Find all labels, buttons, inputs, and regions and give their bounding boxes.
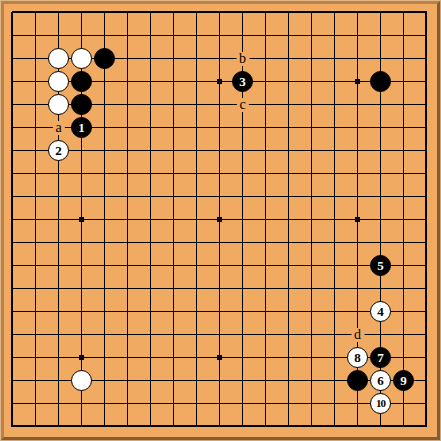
board-intersection[interactable] — [346, 24, 369, 47]
board-intersection[interactable] — [139, 139, 162, 162]
board-intersection[interactable] — [162, 1, 185, 24]
board-intersection[interactable] — [254, 415, 277, 438]
board-intersection[interactable] — [185, 346, 208, 369]
board-intersection[interactable] — [415, 24, 438, 47]
board-intersection[interactable] — [162, 277, 185, 300]
board-intersection[interactable] — [208, 231, 231, 254]
board-intersection[interactable] — [162, 93, 185, 116]
board-intersection[interactable] — [116, 323, 139, 346]
board-intersection[interactable] — [300, 346, 323, 369]
board-intersection[interactable] — [93, 415, 116, 438]
board-intersection[interactable] — [300, 323, 323, 346]
board-intersection[interactable] — [369, 70, 392, 93]
board-intersection[interactable] — [300, 369, 323, 392]
board-intersection[interactable] — [300, 24, 323, 47]
board-intersection[interactable] — [70, 300, 93, 323]
board-intersection[interactable] — [208, 208, 231, 231]
board-intersection[interactable] — [231, 162, 254, 185]
board-intersection[interactable] — [300, 185, 323, 208]
board-intersection[interactable] — [1, 254, 24, 277]
board-intersection[interactable] — [346, 208, 369, 231]
board-intersection[interactable] — [47, 1, 70, 24]
board-intersection[interactable] — [1, 323, 24, 346]
board-intersection[interactable] — [208, 369, 231, 392]
board-intersection[interactable] — [369, 208, 392, 231]
board-intersection[interactable] — [208, 24, 231, 47]
board-intersection[interactable] — [70, 415, 93, 438]
board-intersection[interactable] — [139, 70, 162, 93]
board-intersection[interactable] — [1, 392, 24, 415]
board-intersection[interactable] — [415, 369, 438, 392]
board-intersection[interactable] — [300, 231, 323, 254]
board-intersection[interactable]: 8 — [346, 346, 369, 369]
board-intersection[interactable]: 5 — [369, 254, 392, 277]
board-intersection[interactable] — [415, 392, 438, 415]
board-intersection[interactable] — [139, 323, 162, 346]
board-intersection[interactable] — [185, 231, 208, 254]
board-intersection[interactable] — [139, 162, 162, 185]
board-intersection[interactable] — [392, 346, 415, 369]
board-intersection[interactable] — [277, 392, 300, 415]
board-intersection[interactable] — [254, 392, 277, 415]
board-intersection[interactable] — [162, 116, 185, 139]
board-intersection[interactable] — [231, 277, 254, 300]
board-intersection[interactable] — [162, 47, 185, 70]
board-intersection[interactable] — [392, 300, 415, 323]
board-intersection[interactable] — [277, 346, 300, 369]
board-intersection[interactable] — [208, 1, 231, 24]
board-intersection[interactable] — [415, 116, 438, 139]
board-intersection[interactable] — [139, 277, 162, 300]
board-intersection[interactable] — [139, 392, 162, 415]
board-intersection[interactable] — [300, 1, 323, 24]
board-intersection[interactable] — [1, 93, 24, 116]
board-intersection[interactable] — [24, 24, 47, 47]
board-intersection[interactable] — [70, 24, 93, 47]
board-intersection[interactable] — [47, 300, 70, 323]
board-intersection[interactable] — [185, 323, 208, 346]
board-intersection[interactable] — [185, 369, 208, 392]
board-intersection[interactable] — [277, 208, 300, 231]
board-intersection[interactable] — [47, 369, 70, 392]
board-intersection[interactable] — [162, 70, 185, 93]
board-intersection[interactable] — [369, 323, 392, 346]
board-intersection[interactable] — [208, 47, 231, 70]
board-intersection[interactable] — [277, 231, 300, 254]
board-intersection[interactable] — [116, 300, 139, 323]
board-intersection[interactable] — [139, 231, 162, 254]
board-intersection[interactable] — [346, 1, 369, 24]
board-intersection[interactable] — [185, 24, 208, 47]
board-intersection[interactable] — [231, 254, 254, 277]
board-intersection[interactable] — [392, 1, 415, 24]
board-intersection[interactable] — [323, 277, 346, 300]
board-intersection[interactable] — [139, 116, 162, 139]
board-intersection[interactable] — [139, 93, 162, 116]
board-intersection[interactable] — [162, 162, 185, 185]
board-intersection[interactable] — [93, 392, 116, 415]
board-intersection[interactable] — [139, 47, 162, 70]
board-intersection[interactable] — [116, 231, 139, 254]
board-intersection[interactable] — [346, 231, 369, 254]
board-intersection[interactable] — [369, 162, 392, 185]
board-intersection[interactable] — [392, 93, 415, 116]
board-intersection[interactable] — [116, 254, 139, 277]
board-intersection[interactable] — [415, 254, 438, 277]
board-intersection[interactable] — [185, 392, 208, 415]
board-intersection[interactable] — [300, 70, 323, 93]
board-intersection[interactable] — [231, 369, 254, 392]
board-intersection[interactable] — [116, 346, 139, 369]
board-intersection[interactable] — [116, 415, 139, 438]
board-intersection[interactable] — [323, 323, 346, 346]
board-intersection[interactable]: 1 — [70, 116, 93, 139]
board-intersection[interactable] — [24, 93, 47, 116]
board-intersection[interactable] — [231, 1, 254, 24]
board-intersection[interactable] — [392, 162, 415, 185]
board-intersection[interactable] — [93, 162, 116, 185]
board-intersection[interactable] — [300, 139, 323, 162]
board-intersection[interactable] — [277, 162, 300, 185]
board-intersection[interactable] — [139, 300, 162, 323]
board-intersection[interactable] — [208, 116, 231, 139]
board-intersection[interactable] — [24, 185, 47, 208]
board-intersection[interactable] — [392, 415, 415, 438]
board-intersection[interactable] — [116, 139, 139, 162]
board-intersection[interactable] — [208, 139, 231, 162]
board-intersection[interactable] — [323, 300, 346, 323]
board-intersection[interactable] — [24, 1, 47, 24]
board-intersection[interactable] — [162, 392, 185, 415]
board-intersection[interactable] — [162, 139, 185, 162]
board-intersection[interactable] — [231, 24, 254, 47]
board-intersection[interactable] — [116, 70, 139, 93]
board-intersection[interactable] — [1, 277, 24, 300]
board-intersection[interactable] — [47, 47, 70, 70]
board-intersection[interactable] — [254, 231, 277, 254]
board-intersection[interactable] — [93, 139, 116, 162]
board-intersection[interactable] — [93, 231, 116, 254]
board-intersection[interactable] — [93, 254, 116, 277]
board-intersection[interactable] — [323, 70, 346, 93]
board-intersection[interactable] — [24, 346, 47, 369]
board-intersection[interactable] — [139, 1, 162, 24]
board-intersection[interactable] — [254, 369, 277, 392]
board-intersection[interactable] — [415, 70, 438, 93]
board-intersection[interactable] — [300, 415, 323, 438]
board-intersection[interactable] — [254, 93, 277, 116]
board-intersection[interactable] — [47, 208, 70, 231]
board-intersection[interactable] — [162, 300, 185, 323]
board-intersection[interactable] — [254, 1, 277, 24]
board-intersection[interactable] — [116, 162, 139, 185]
board-intersection[interactable] — [208, 346, 231, 369]
board-intersection[interactable] — [162, 323, 185, 346]
board-intersection[interactable] — [254, 300, 277, 323]
board-intersection[interactable] — [392, 254, 415, 277]
board-intersection[interactable] — [93, 300, 116, 323]
board-intersection[interactable]: 10 — [369, 392, 392, 415]
board-intersection[interactable] — [231, 346, 254, 369]
board-intersection[interactable] — [162, 254, 185, 277]
board-intersection[interactable] — [208, 277, 231, 300]
board-intersection[interactable] — [277, 1, 300, 24]
board-intersection[interactable] — [415, 231, 438, 254]
board-intersection[interactable] — [323, 93, 346, 116]
board-intersection[interactable] — [208, 300, 231, 323]
board-intersection[interactable] — [323, 1, 346, 24]
board-intersection[interactable] — [369, 415, 392, 438]
board-intersection[interactable] — [162, 346, 185, 369]
board-intersection[interactable] — [231, 139, 254, 162]
board-intersection[interactable] — [369, 231, 392, 254]
board-intersection[interactable] — [346, 139, 369, 162]
board-intersection[interactable] — [231, 300, 254, 323]
board-intersection[interactable] — [277, 300, 300, 323]
board-intersection[interactable] — [47, 24, 70, 47]
board-intersection[interactable] — [1, 208, 24, 231]
board-intersection[interactable] — [93, 24, 116, 47]
board-intersection[interactable] — [162, 231, 185, 254]
board-intersection[interactable] — [24, 208, 47, 231]
board-intersection[interactable] — [300, 162, 323, 185]
board-intersection[interactable] — [162, 369, 185, 392]
board-intersection[interactable] — [415, 47, 438, 70]
board-intersection[interactable] — [185, 185, 208, 208]
board-intersection[interactable] — [323, 415, 346, 438]
board-intersection[interactable] — [323, 392, 346, 415]
board-intersection[interactable] — [24, 47, 47, 70]
board-intersection[interactable] — [24, 415, 47, 438]
board-intersection[interactable] — [231, 415, 254, 438]
board-intersection[interactable]: 7 — [369, 346, 392, 369]
board-intersection[interactable]: c — [231, 93, 254, 116]
board-intersection[interactable] — [70, 185, 93, 208]
board-intersection[interactable] — [300, 116, 323, 139]
board-intersection[interactable] — [392, 277, 415, 300]
board-intersection[interactable] — [1, 185, 24, 208]
board-intersection[interactable] — [70, 139, 93, 162]
board-intersection[interactable] — [277, 415, 300, 438]
board-intersection[interactable] — [277, 24, 300, 47]
board-intersection[interactable] — [185, 162, 208, 185]
board-intersection[interactable] — [323, 369, 346, 392]
board-intersection[interactable] — [116, 93, 139, 116]
board-intersection[interactable] — [415, 93, 438, 116]
board-intersection[interactable] — [24, 392, 47, 415]
board-intersection[interactable] — [185, 208, 208, 231]
board-intersection[interactable] — [47, 346, 70, 369]
board-intersection[interactable] — [208, 93, 231, 116]
board-intersection[interactable] — [346, 300, 369, 323]
board-intersection[interactable] — [93, 47, 116, 70]
board-intersection[interactable] — [208, 162, 231, 185]
board-intersection[interactable] — [346, 116, 369, 139]
board-intersection[interactable] — [254, 70, 277, 93]
board-intersection[interactable] — [277, 70, 300, 93]
board-intersection[interactable] — [93, 277, 116, 300]
board-intersection[interactable] — [369, 93, 392, 116]
board-intersection[interactable] — [346, 415, 369, 438]
board-intersection[interactable] — [300, 254, 323, 277]
board-intersection[interactable] — [1, 162, 24, 185]
board-intersection[interactable] — [185, 254, 208, 277]
board-intersection[interactable] — [231, 208, 254, 231]
board-intersection[interactable] — [346, 162, 369, 185]
board-intersection[interactable] — [346, 277, 369, 300]
board-intersection[interactable] — [415, 1, 438, 24]
board-intersection[interactable] — [392, 208, 415, 231]
board-intersection[interactable] — [415, 323, 438, 346]
board-intersection[interactable] — [415, 162, 438, 185]
board-intersection[interactable] — [277, 323, 300, 346]
board-intersection[interactable] — [369, 47, 392, 70]
board-intersection[interactable] — [300, 47, 323, 70]
board-intersection[interactable] — [300, 208, 323, 231]
board-intersection[interactable] — [254, 116, 277, 139]
board-intersection[interactable] — [231, 231, 254, 254]
board-intersection[interactable] — [185, 70, 208, 93]
board-intersection[interactable] — [392, 185, 415, 208]
board-intersection[interactable] — [70, 208, 93, 231]
board-intersection[interactable] — [300, 300, 323, 323]
board-intersection[interactable] — [254, 162, 277, 185]
board-intersection[interactable] — [208, 415, 231, 438]
board-intersection[interactable] — [185, 1, 208, 24]
board-intersection[interactable] — [162, 208, 185, 231]
board-intersection[interactable] — [392, 323, 415, 346]
board-intersection[interactable] — [185, 47, 208, 70]
board-intersection[interactable] — [139, 254, 162, 277]
board-intersection[interactable] — [1, 231, 24, 254]
board-intersection[interactable] — [369, 185, 392, 208]
board-intersection[interactable] — [24, 139, 47, 162]
board-intersection[interactable] — [323, 254, 346, 277]
board-intersection[interactable] — [415, 185, 438, 208]
board-intersection[interactable] — [323, 208, 346, 231]
board-intersection[interactable] — [24, 231, 47, 254]
board-intersection[interactable] — [70, 369, 93, 392]
board-intersection[interactable] — [323, 116, 346, 139]
board-intersection[interactable] — [1, 116, 24, 139]
board-intersection[interactable] — [254, 185, 277, 208]
board-intersection[interactable] — [369, 277, 392, 300]
board-intersection[interactable]: d — [346, 323, 369, 346]
board-intersection[interactable] — [139, 185, 162, 208]
board-intersection[interactable] — [116, 185, 139, 208]
board-intersection[interactable] — [47, 93, 70, 116]
board-intersection[interactable] — [47, 392, 70, 415]
board-intersection[interactable] — [346, 392, 369, 415]
board-intersection[interactable] — [24, 369, 47, 392]
board-intersection[interactable] — [392, 24, 415, 47]
board-intersection[interactable] — [139, 369, 162, 392]
board-intersection[interactable] — [231, 392, 254, 415]
board-intersection[interactable] — [208, 254, 231, 277]
board-intersection[interactable] — [277, 185, 300, 208]
board-intersection[interactable] — [392, 116, 415, 139]
board-intersection[interactable] — [254, 346, 277, 369]
board-intersection[interactable] — [70, 93, 93, 116]
board-intersection[interactable] — [346, 254, 369, 277]
board-intersection[interactable] — [185, 277, 208, 300]
board-intersection[interactable] — [47, 277, 70, 300]
board-intersection[interactable] — [369, 24, 392, 47]
board-intersection[interactable] — [70, 392, 93, 415]
board-intersection[interactable] — [1, 139, 24, 162]
board-intersection[interactable] — [24, 277, 47, 300]
board-intersection[interactable] — [70, 254, 93, 277]
board-intersection[interactable] — [1, 47, 24, 70]
board-intersection[interactable] — [346, 93, 369, 116]
board-intersection[interactable] — [277, 369, 300, 392]
board-intersection[interactable] — [116, 208, 139, 231]
board-intersection[interactable] — [392, 231, 415, 254]
board-intersection[interactable] — [116, 369, 139, 392]
board-intersection[interactable] — [1, 300, 24, 323]
board-intersection[interactable] — [392, 70, 415, 93]
board-intersection[interactable] — [208, 323, 231, 346]
board-intersection[interactable] — [162, 24, 185, 47]
board-intersection[interactable] — [93, 116, 116, 139]
board-intersection[interactable] — [185, 93, 208, 116]
board-intersection[interactable] — [70, 162, 93, 185]
board-intersection[interactable] — [277, 277, 300, 300]
board-intersection[interactable] — [116, 277, 139, 300]
board-intersection[interactable] — [415, 139, 438, 162]
board-intersection[interactable] — [277, 116, 300, 139]
board-intersection[interactable] — [116, 392, 139, 415]
board-intersection[interactable] — [1, 369, 24, 392]
board-intersection[interactable] — [47, 323, 70, 346]
board-intersection[interactable] — [254, 47, 277, 70]
board-intersection[interactable] — [70, 346, 93, 369]
board-intersection[interactable] — [369, 1, 392, 24]
board-intersection[interactable] — [24, 116, 47, 139]
board-intersection[interactable] — [323, 185, 346, 208]
board-intersection[interactable] — [369, 139, 392, 162]
board-intersection[interactable] — [231, 116, 254, 139]
board-intersection[interactable] — [139, 415, 162, 438]
board-intersection[interactable] — [1, 346, 24, 369]
board-intersection[interactable]: 2 — [47, 139, 70, 162]
board-intersection[interactable] — [254, 323, 277, 346]
board-intersection[interactable] — [93, 185, 116, 208]
board-intersection[interactable] — [24, 323, 47, 346]
board-intersection[interactable]: 4 — [369, 300, 392, 323]
board-intersection[interactable] — [415, 208, 438, 231]
board-intersection[interactable] — [392, 139, 415, 162]
board-intersection[interactable] — [185, 139, 208, 162]
board-intersection[interactable] — [24, 254, 47, 277]
board-intersection[interactable] — [415, 277, 438, 300]
board-intersection[interactable] — [346, 70, 369, 93]
board-intersection[interactable] — [93, 323, 116, 346]
board-intersection[interactable] — [47, 254, 70, 277]
board-intersection[interactable]: 3 — [231, 70, 254, 93]
board-intersection[interactable] — [185, 300, 208, 323]
board-intersection[interactable] — [93, 93, 116, 116]
board-intersection[interactable] — [208, 392, 231, 415]
board-intersection[interactable] — [139, 24, 162, 47]
board-intersection[interactable] — [369, 116, 392, 139]
board-intersection[interactable]: 6 — [369, 369, 392, 392]
board-intersection[interactable] — [254, 254, 277, 277]
board-intersection[interactable] — [323, 346, 346, 369]
board-intersection[interactable] — [254, 24, 277, 47]
board-intersection[interactable] — [1, 1, 24, 24]
board-intersection[interactable] — [24, 300, 47, 323]
